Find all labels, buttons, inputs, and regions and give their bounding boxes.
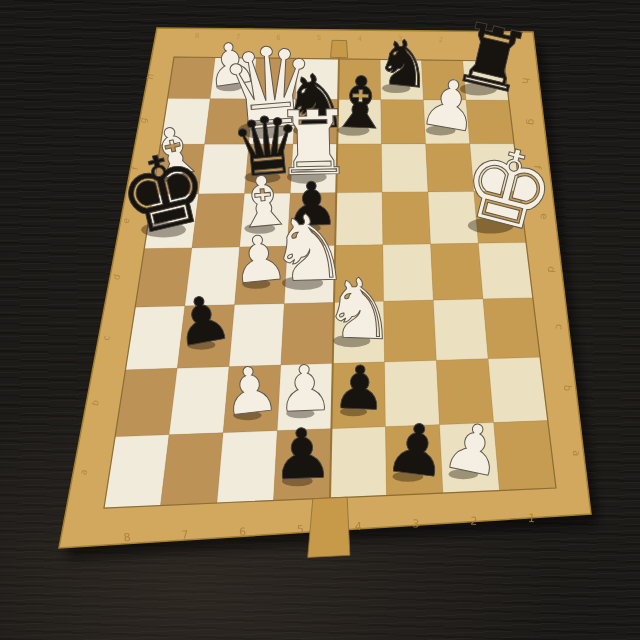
rank-label-top-2: 2 (439, 36, 443, 44)
rank-label-bottom-2: 2 (470, 514, 478, 527)
rank-label-top-8: 8 (195, 32, 199, 40)
rank-label-bottom-3: 3 (412, 517, 420, 530)
black-pawn-b4[interactable]: ♟ (331, 352, 388, 424)
desk-surface: 8877665544332211hhggffeeddccbbaa♟♞♜♛♞♝♟♜… (0, 0, 640, 640)
file-label-right-d: d (546, 266, 558, 273)
hinge-tab-bottom (308, 497, 350, 557)
rank-label-bottom-6: 6 (239, 525, 247, 538)
square-b1[interactable] (488, 357, 548, 422)
rank-label-bottom-4: 4 (355, 520, 362, 533)
black-pawn-a3[interactable]: ♟ (381, 406, 452, 493)
chessboard-photo: 8877665544332211hhggffeeddccbbaa♟♞♜♛♞♝♟♜… (0, 0, 640, 640)
square-c2[interactable] (433, 299, 488, 360)
square-f3[interactable] (382, 144, 429, 192)
rank-label-bottom-5: 5 (297, 523, 304, 536)
file-label-right-c: c (554, 324, 566, 331)
square-e3[interactable] (382, 192, 430, 245)
square-c1[interactable] (483, 298, 540, 359)
square-d2[interactable] (431, 243, 484, 300)
file-label-right-b: b (562, 384, 574, 391)
black-pawn-a5[interactable]: ♟ (270, 413, 335, 495)
square-a6[interactable] (217, 431, 277, 503)
hinge-tab-top (331, 40, 348, 57)
rank-label-top-4: 4 (357, 35, 362, 43)
square-a7[interactable] (161, 433, 224, 506)
rank-label-bottom-8: 8 (123, 531, 131, 545)
white-knight-c4[interactable]: ♞ (321, 259, 399, 359)
white-pawn-d6[interactable]: ♟ (228, 220, 292, 298)
rank-label-bottom-7: 7 (181, 528, 189, 541)
rank-label-bottom-1: 1 (527, 512, 535, 526)
square-a4[interactable] (330, 427, 387, 498)
file-label-right-g: g (526, 118, 538, 125)
file-label-right-a: a (571, 450, 583, 457)
rank-label-top-5: 5 (317, 34, 321, 42)
